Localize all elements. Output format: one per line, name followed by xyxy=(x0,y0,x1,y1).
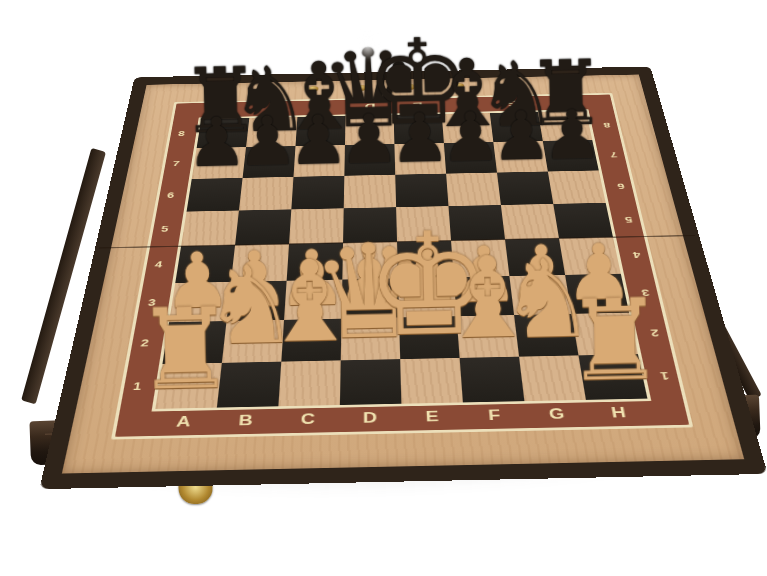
black-pawn-d7[interactable]: ♟ xyxy=(344,144,395,176)
rook-glyph: ♜ xyxy=(134,292,236,405)
black-pawn-e7[interactable]: ♟ xyxy=(394,143,446,175)
perspective-wrapper: AABBCCDDEEFFGGHH1122334455667788 ♜♞♝♛♚♝♞… xyxy=(0,0,767,576)
white-rook-a1[interactable]: ♜ xyxy=(155,363,222,409)
chess-board: AABBCCDDEEFFGGHH1122334455667788 ♜♞♝♛♚♝♞… xyxy=(39,66,767,489)
camera-tilt: AABBCCDDEEFFGGHH1122334455667788 ♜♞♝♛♚♝♞… xyxy=(0,0,767,576)
black-pawn-f7[interactable]: ♟ xyxy=(444,142,497,174)
black-pawn-c7[interactable]: ♟ xyxy=(293,145,344,177)
pieces-layer: ♜♞♝♛♚♝♞♜♟♟♟♟♟♟♟♟♟♟♟♟♟♟♟♟♞♝♛♚♝♞♜♜ xyxy=(155,111,647,409)
black-pawn-h7[interactable]: ♟ xyxy=(543,140,599,172)
rook-glyph: ♜ xyxy=(564,283,666,396)
chess-set-photo: AABBCCDDEEFFGGHH1122334455667788 ♜♞♝♛♚♝♞… xyxy=(0,0,767,576)
white-rook-h1[interactable]: ♜ xyxy=(578,354,647,400)
black-pawn-g7[interactable]: ♟ xyxy=(493,141,548,173)
pawn-glyph: ♟ xyxy=(541,100,603,169)
